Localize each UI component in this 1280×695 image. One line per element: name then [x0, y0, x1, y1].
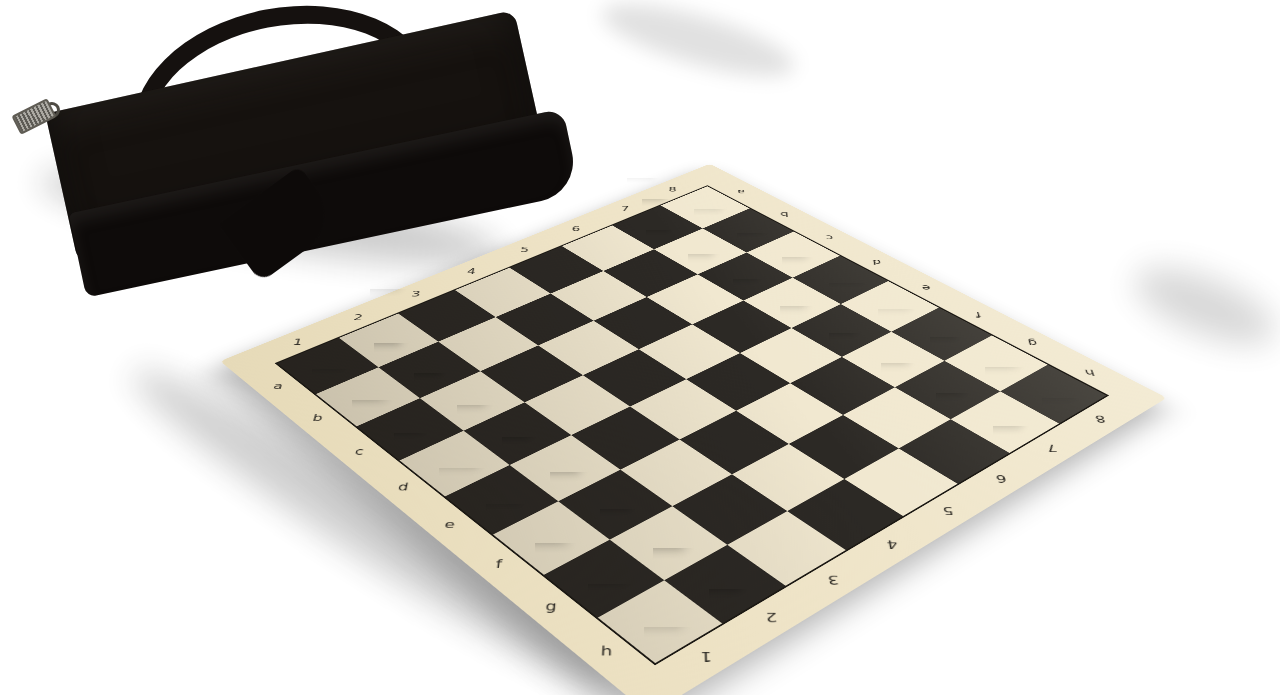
coord-file-d-bottom: d	[397, 481, 410, 493]
square-g4[interactable]	[732, 444, 844, 511]
coord-rank-1-right: 1	[700, 649, 712, 664]
black-rook-glyph: ♜	[596, 534, 691, 640]
coord-rank-4-right: 4	[886, 538, 899, 551]
coord-rank-6-right: 6	[995, 473, 1008, 485]
chessboard-mat: 1122334455667788aabbccddeeffgghh♜♞♝♚♛♝♞♜…	[220, 164, 1167, 695]
coord-rank-7-right: 7	[1045, 442, 1058, 453]
white-pawn-glyph: ♟	[904, 331, 967, 401]
board-scene: 1122334455667788aabbccddeeffgghh♜♞♝♚♛♝♞♜…	[0, 0, 1280, 695]
coord-rank-3-right: 3	[827, 573, 840, 586]
coord-rank-8-right: 8	[1093, 413, 1106, 424]
coord-rank-5-right: 5	[941, 504, 954, 516]
coord-rank-5-left: 5	[520, 246, 529, 254]
coord-file-a-bottom: a	[272, 381, 284, 391]
square-g5[interactable]	[789, 415, 899, 479]
coord-file-c-bottom: c	[354, 446, 365, 457]
coord-rank-6-left: 6	[571, 225, 580, 233]
product-photo-chess-set: Club chess set: starting position on a b…	[0, 0, 1280, 695]
coord-rank-4-left: 4	[466, 267, 476, 275]
coord-file-h-top: h	[1083, 367, 1096, 377]
coord-rank-2-right: 2	[765, 610, 777, 624]
coord-file-f-bottom: f	[495, 558, 503, 571]
coord-file-b-bottom: b	[311, 413, 324, 424]
square-f5[interactable]	[736, 383, 843, 444]
square-h5[interactable]	[844, 448, 957, 516]
square-f4[interactable]	[680, 411, 789, 475]
coord-file-e-bottom: e	[444, 518, 456, 530]
coord-file-g-bottom: g	[545, 600, 557, 614]
white-pawn-glyph: ♟	[961, 362, 1026, 434]
coord-file-h-bottom: h	[600, 644, 612, 659]
